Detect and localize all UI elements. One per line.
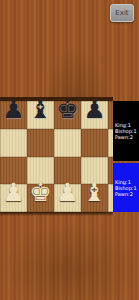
chess-piece-white-pawn[interactable]: ♟ xyxy=(0,179,27,206)
black-pieces-panel: King:1 Bishop:1 Pawn:2 xyxy=(113,101,139,161)
white-pawn-count: Pawn:2 xyxy=(115,191,139,197)
chess-board: ♟♝♚♟♟♚♟♝ xyxy=(0,101,113,212)
board-square[interactable]: ♝ xyxy=(81,184,108,212)
board-square[interactable]: ♚ xyxy=(27,184,54,212)
board-square[interactable]: ♟ xyxy=(54,184,81,212)
board-grid: ♟♝♚♟♟♚♟♝ xyxy=(0,101,113,212)
chess-piece-black-king[interactable]: ♚ xyxy=(54,101,81,123)
board-square[interactable] xyxy=(54,129,81,157)
board-square[interactable] xyxy=(0,129,27,157)
sidebar: King:1 Bishop:1 Pawn:2 King:1 Bishop:1 P… xyxy=(113,101,139,212)
black-pawn-count: Pawn:2 xyxy=(115,134,139,140)
chess-piece-black-pawn[interactable]: ♟ xyxy=(81,101,108,123)
board-square[interactable]: ♟ xyxy=(0,184,27,212)
board-square[interactable] xyxy=(27,129,54,157)
board-square[interactable]: ♚ xyxy=(54,101,81,129)
chess-piece-white-bishop[interactable]: ♝ xyxy=(81,179,108,206)
board-square[interactable] xyxy=(81,129,108,157)
chess-piece-black-bishop[interactable]: ♝ xyxy=(27,101,54,123)
chess-piece-white-pawn[interactable]: ♟ xyxy=(54,179,81,206)
board-rim-bottom xyxy=(0,212,113,216)
chess-piece-black-pawn[interactable]: ♟ xyxy=(0,101,27,123)
exit-button[interactable]: Exit xyxy=(110,4,134,22)
white-pieces-panel: King:1 Bishop:1 Pawn:2 xyxy=(113,163,139,212)
board-square[interactable]: ♝ xyxy=(27,101,54,129)
chess-piece-white-king[interactable]: ♚ xyxy=(27,179,54,206)
board-square[interactable]: ♟ xyxy=(81,101,108,129)
board-square[interactable]: ♟ xyxy=(0,101,27,129)
app-screen: Exit ♟♝♚♟♟♚♟♝ King:1 Bishop:1 Pawn:2 Kin… xyxy=(0,0,139,300)
